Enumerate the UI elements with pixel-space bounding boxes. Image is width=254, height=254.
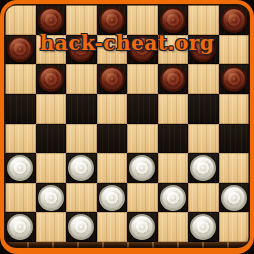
square-g7[interactable] xyxy=(188,35,219,65)
square-a1[interactable] xyxy=(5,212,36,242)
checker-white-man[interactable] xyxy=(68,214,94,240)
checker-dark-man[interactable] xyxy=(129,36,155,62)
square-e3[interactable] xyxy=(127,153,158,183)
square-f1[interactable] xyxy=(158,212,189,242)
checker-dark-man[interactable] xyxy=(190,36,216,62)
checker-dark-man[interactable] xyxy=(38,7,64,33)
checker-white-man[interactable] xyxy=(68,155,94,181)
square-e7[interactable] xyxy=(127,35,158,65)
square-g5[interactable] xyxy=(188,94,219,124)
square-a5[interactable] xyxy=(5,94,36,124)
checker-dark-man[interactable] xyxy=(221,66,247,92)
checker-white-man[interactable] xyxy=(7,214,33,240)
square-c6[interactable] xyxy=(66,64,97,94)
square-h7[interactable] xyxy=(219,35,250,65)
square-d1[interactable] xyxy=(97,212,128,242)
checker-white-man[interactable] xyxy=(190,214,216,240)
square-b7[interactable] xyxy=(36,35,67,65)
square-f2[interactable] xyxy=(158,183,189,213)
board-rim xyxy=(4,4,250,249)
checker-dark-man[interactable] xyxy=(38,66,64,92)
square-b1[interactable] xyxy=(36,212,67,242)
square-c4[interactable] xyxy=(66,124,97,154)
square-h4[interactable] xyxy=(219,124,250,154)
checker-dark-man[interactable] xyxy=(99,7,125,33)
square-d7[interactable] xyxy=(97,35,128,65)
board-bottom-rail xyxy=(4,242,250,249)
square-b3[interactable] xyxy=(36,153,67,183)
checker-dark-man[interactable] xyxy=(160,7,186,33)
square-a4[interactable] xyxy=(5,124,36,154)
square-h8[interactable] xyxy=(219,5,250,35)
square-b2[interactable] xyxy=(36,183,67,213)
square-g4[interactable] xyxy=(188,124,219,154)
square-d2[interactable] xyxy=(97,183,128,213)
square-e2[interactable] xyxy=(127,183,158,213)
square-d8[interactable] xyxy=(97,5,128,35)
checkers-app-icon: hack-cheat.org xyxy=(0,0,254,254)
checkers-board xyxy=(5,5,249,242)
square-b5[interactable] xyxy=(36,94,67,124)
square-f8[interactable] xyxy=(158,5,189,35)
square-e6[interactable] xyxy=(127,64,158,94)
square-d4[interactable] xyxy=(97,124,128,154)
square-a2[interactable] xyxy=(5,183,36,213)
square-e1[interactable] xyxy=(127,212,158,242)
checker-dark-man[interactable] xyxy=(7,36,33,62)
square-d5[interactable] xyxy=(97,94,128,124)
checker-white-man[interactable] xyxy=(160,185,186,211)
square-b4[interactable] xyxy=(36,124,67,154)
square-e4[interactable] xyxy=(127,124,158,154)
square-b6[interactable] xyxy=(36,64,67,94)
square-b8[interactable] xyxy=(36,5,67,35)
square-g6[interactable] xyxy=(188,64,219,94)
checker-dark-man[interactable] xyxy=(68,36,94,62)
square-f6[interactable] xyxy=(158,64,189,94)
square-e5[interactable] xyxy=(127,94,158,124)
square-f7[interactable] xyxy=(158,35,189,65)
square-e8[interactable] xyxy=(127,5,158,35)
square-a3[interactable] xyxy=(5,153,36,183)
square-d3[interactable] xyxy=(97,153,128,183)
square-h1[interactable] xyxy=(219,212,250,242)
square-c2[interactable] xyxy=(66,183,97,213)
square-c3[interactable] xyxy=(66,153,97,183)
square-c7[interactable] xyxy=(66,35,97,65)
square-h2[interactable] xyxy=(219,183,250,213)
square-h5[interactable] xyxy=(219,94,250,124)
square-f4[interactable] xyxy=(158,124,189,154)
checker-white-man[interactable] xyxy=(129,214,155,240)
square-f3[interactable] xyxy=(158,153,189,183)
checker-white-man[interactable] xyxy=(99,185,125,211)
checker-dark-man[interactable] xyxy=(221,7,247,33)
square-g2[interactable] xyxy=(188,183,219,213)
checker-white-man[interactable] xyxy=(7,155,33,181)
square-c8[interactable] xyxy=(66,5,97,35)
square-f5[interactable] xyxy=(158,94,189,124)
checker-dark-man[interactable] xyxy=(99,66,125,92)
square-g8[interactable] xyxy=(188,5,219,35)
square-h3[interactable] xyxy=(219,153,250,183)
square-c1[interactable] xyxy=(66,212,97,242)
checker-dark-man[interactable] xyxy=(160,66,186,92)
square-a6[interactable] xyxy=(5,64,36,94)
square-g3[interactable] xyxy=(188,153,219,183)
square-d6[interactable] xyxy=(97,64,128,94)
checker-white-man[interactable] xyxy=(190,155,216,181)
square-g1[interactable] xyxy=(188,212,219,242)
checker-white-man[interactable] xyxy=(38,185,64,211)
square-c5[interactable] xyxy=(66,94,97,124)
square-a8[interactable] xyxy=(5,5,36,35)
square-a7[interactable] xyxy=(5,35,36,65)
checker-white-man[interactable] xyxy=(129,155,155,181)
checker-white-man[interactable] xyxy=(221,185,247,211)
square-h6[interactable] xyxy=(219,64,250,94)
